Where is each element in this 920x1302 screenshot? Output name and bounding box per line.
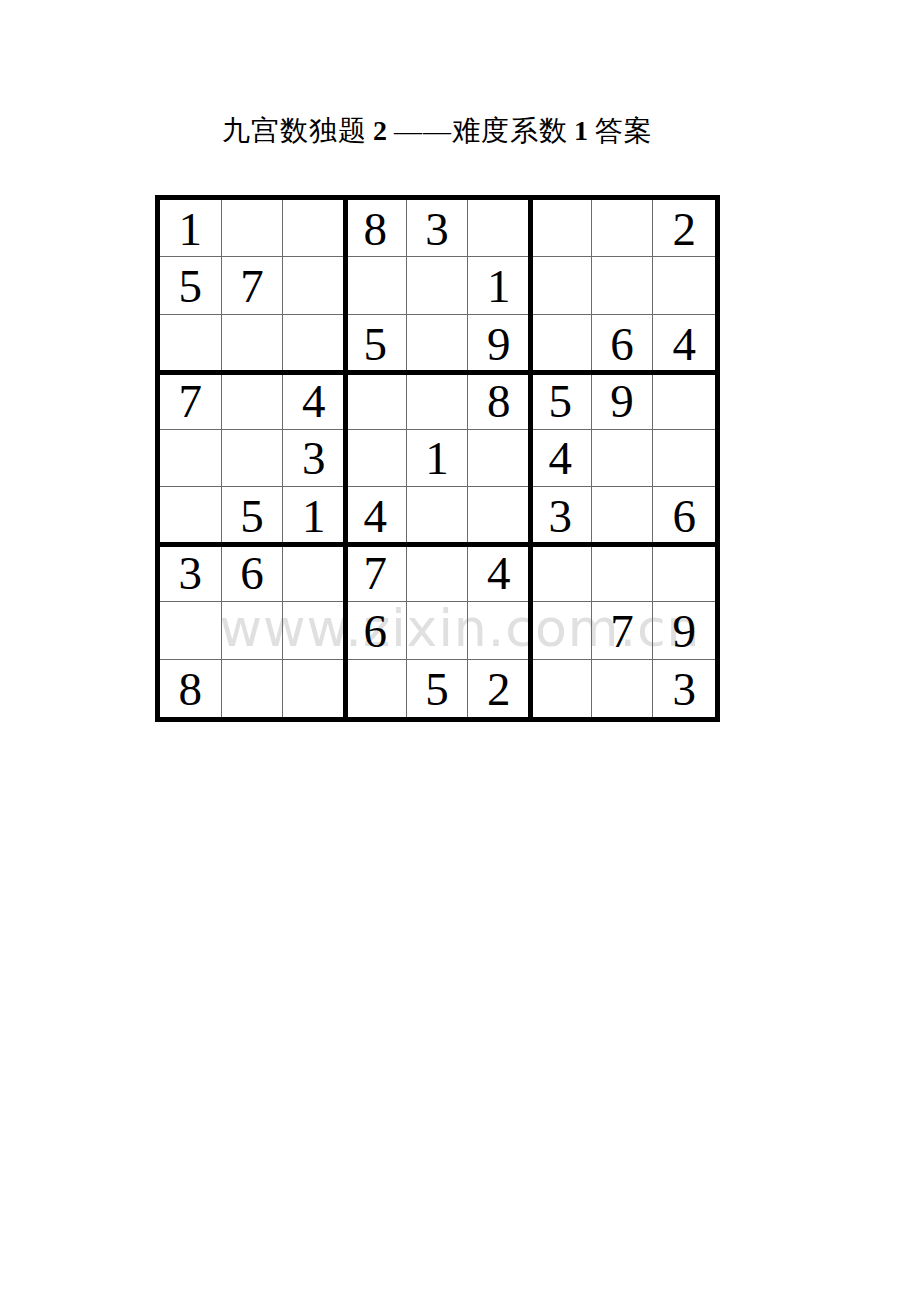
block-separator-vertical-2: [528, 200, 533, 717]
sudoku-cell-r6c4: 4: [345, 487, 407, 544]
sudoku-cell-r4c5: [407, 372, 469, 429]
sudoku-cell-r9c8: [592, 660, 654, 717]
title-text: 九宫数独题: [222, 115, 367, 146]
sudoku-cell-r3c2: [222, 315, 284, 372]
sudoku-cell-r1c3: [283, 200, 345, 257]
sudoku-cell-r9c2: [222, 660, 284, 717]
sudoku-board: 18325715964748593145143636746798523: [155, 195, 720, 722]
sudoku-cell-r5c7: 4: [530, 430, 592, 487]
sudoku-cell-r1c8: [592, 200, 654, 257]
sudoku-cell-r4c9: [653, 372, 715, 429]
sudoku-cell-r4c3: 4: [283, 372, 345, 429]
sudoku-cell-r6c9: 6: [653, 487, 715, 544]
sudoku-cell-r4c4: [345, 372, 407, 429]
sudoku-cell-r9c5: 5: [407, 660, 469, 717]
sudoku-cell-r3c9: 4: [653, 315, 715, 372]
title-difficulty-value: 1: [568, 115, 595, 146]
sudoku-cell-r6c8: [592, 487, 654, 544]
title-answer-label: 答案: [595, 115, 653, 146]
sudoku-cell-r8c3: [283, 602, 345, 659]
sudoku-cell-r4c7: 5: [530, 372, 592, 429]
sudoku-cell-r3c3: [283, 315, 345, 372]
sudoku-cell-r5c1: [160, 430, 222, 487]
sudoku-cell-r2c9: [653, 257, 715, 314]
sudoku-cell-r6c7: 3: [530, 487, 592, 544]
sudoku-cell-r2c4: [345, 257, 407, 314]
sudoku-cell-r4c6: 8: [468, 372, 530, 429]
sudoku-cell-r6c3: 1: [283, 487, 345, 544]
sudoku-cell-r7c1: 3: [160, 545, 222, 602]
sudoku-cell-r9c1: 8: [160, 660, 222, 717]
sudoku-cell-r2c6: 1: [468, 257, 530, 314]
sudoku-cell-r8c7: [530, 602, 592, 659]
sudoku-cell-r5c8: [592, 430, 654, 487]
sudoku-cell-r7c3: [283, 545, 345, 602]
sudoku-cell-r2c5: [407, 257, 469, 314]
sudoku-grid: 18325715964748593145143636746798523: [160, 200, 715, 717]
sudoku-cell-r3c7: [530, 315, 592, 372]
sudoku-cell-r3c1: [160, 315, 222, 372]
sudoku-cell-r8c2: [222, 602, 284, 659]
sudoku-cell-r7c9: [653, 545, 715, 602]
sudoku-cell-r5c9: [653, 430, 715, 487]
sudoku-cell-r7c4: 7: [345, 545, 407, 602]
sudoku-cell-r1c5: 3: [407, 200, 469, 257]
title-puzzle-number: 2: [367, 115, 394, 146]
sudoku-cell-r8c6: [468, 602, 530, 659]
sudoku-cell-r6c6: [468, 487, 530, 544]
sudoku-cell-r9c3: [283, 660, 345, 717]
block-separator-horizontal-1: [160, 370, 715, 375]
sudoku-cell-r3c6: 9: [468, 315, 530, 372]
sudoku-cell-r5c5: 1: [407, 430, 469, 487]
sudoku-cell-r9c9: 3: [653, 660, 715, 717]
document-page: 九宫数独题2——难度系数1答案 www.zixin.com.cn 1832571…: [0, 0, 920, 1302]
sudoku-cell-r7c2: 6: [222, 545, 284, 602]
sudoku-cell-r2c8: [592, 257, 654, 314]
sudoku-cell-r4c2: [222, 372, 284, 429]
sudoku-cell-r1c2: [222, 200, 284, 257]
sudoku-cell-r8c5: [407, 602, 469, 659]
sudoku-cell-r7c8: [592, 545, 654, 602]
sudoku-cell-r4c8: 9: [592, 372, 654, 429]
sudoku-cell-r8c9: 9: [653, 602, 715, 659]
sudoku-cell-r2c2: 7: [222, 257, 284, 314]
sudoku-cell-r9c6: 2: [468, 660, 530, 717]
sudoku-cell-r7c5: [407, 545, 469, 602]
sudoku-cell-r5c6: [468, 430, 530, 487]
sudoku-cell-r3c4: 5: [345, 315, 407, 372]
sudoku-cell-r1c7: [530, 200, 592, 257]
sudoku-cell-r3c8: 6: [592, 315, 654, 372]
sudoku-cell-r3c5: [407, 315, 469, 372]
sudoku-cell-r8c8: 7: [592, 602, 654, 659]
sudoku-cell-r1c6: [468, 200, 530, 257]
sudoku-cell-r2c1: 5: [160, 257, 222, 314]
sudoku-cell-r5c2: [222, 430, 284, 487]
page-title: 九宫数独题2——难度系数1答案: [155, 112, 720, 150]
sudoku-cell-r4c1: 7: [160, 372, 222, 429]
sudoku-cell-r6c5: [407, 487, 469, 544]
sudoku-cell-r2c3: [283, 257, 345, 314]
sudoku-cell-r5c3: 3: [283, 430, 345, 487]
sudoku-cell-r9c7: [530, 660, 592, 717]
sudoku-cell-r1c4: 8: [345, 200, 407, 257]
sudoku-cell-r5c4: [345, 430, 407, 487]
sudoku-cell-r9c4: [345, 660, 407, 717]
sudoku-cell-r6c2: 5: [222, 487, 284, 544]
sudoku-cell-r7c7: [530, 545, 592, 602]
sudoku-cell-r8c1: [160, 602, 222, 659]
sudoku-cell-r1c1: 1: [160, 200, 222, 257]
title-text-difficulty: ——难度系数: [394, 115, 568, 146]
block-separator-vertical-1: [343, 200, 348, 717]
block-separator-horizontal-2: [160, 542, 715, 547]
sudoku-cell-r6c1: [160, 487, 222, 544]
sudoku-cell-r1c9: 2: [653, 200, 715, 257]
sudoku-cell-r8c4: 6: [345, 602, 407, 659]
sudoku-cell-r2c7: [530, 257, 592, 314]
sudoku-cell-r7c6: 4: [468, 545, 530, 602]
